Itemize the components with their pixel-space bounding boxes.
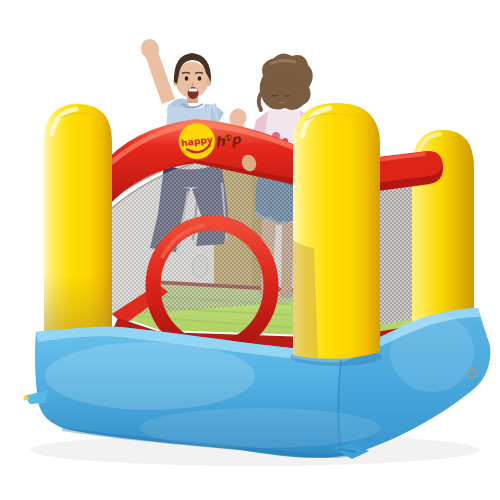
boy-eye xyxy=(185,76,189,80)
front-right-pillar xyxy=(290,103,382,366)
base-right-highlight xyxy=(390,312,474,392)
girl-hair-curl xyxy=(259,92,262,110)
boy-eye xyxy=(198,76,202,80)
bouncy-castle-product-photo: Two children bounce inside an inflatable… xyxy=(0,0,500,500)
front-left-pillar xyxy=(44,104,112,338)
boy-right-forearm xyxy=(146,52,175,104)
left-tether-tip xyxy=(24,396,29,401)
base-front-highlight xyxy=(45,342,255,410)
right-side-mesh-texture xyxy=(378,184,414,326)
boy-nose xyxy=(192,83,193,87)
girl-mouth xyxy=(279,102,285,103)
photo-canvas: happy hop xyxy=(0,0,500,500)
front-right-pillar-left-shade xyxy=(293,240,318,358)
boy-teeth xyxy=(189,89,198,92)
